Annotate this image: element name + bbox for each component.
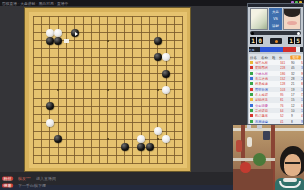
board-intersection[interactable] xyxy=(37,53,45,61)
board-intersection[interactable] xyxy=(137,102,145,110)
board-intersection[interactable] xyxy=(120,94,128,102)
board-intersection[interactable] xyxy=(29,61,37,69)
board-intersection[interactable] xyxy=(46,37,54,45)
board-intersection[interactable] xyxy=(62,111,70,119)
board-intersection[interactable] xyxy=(46,152,54,160)
board-intersection[interactable] xyxy=(54,37,62,45)
board-intersection[interactable] xyxy=(46,45,54,53)
board-intersection[interactable] xyxy=(96,45,104,53)
board-intersection[interactable] xyxy=(129,53,137,61)
board-intersection[interactable] xyxy=(54,119,62,127)
board-intersection[interactable] xyxy=(129,94,137,102)
board-intersection[interactable] xyxy=(54,20,62,28)
board-intersection[interactable] xyxy=(62,119,70,127)
board-intersection[interactable] xyxy=(104,53,112,61)
board-intersection[interactable] xyxy=(37,12,45,20)
board-intersection[interactable] xyxy=(29,127,37,135)
board-intersection[interactable] xyxy=(162,20,170,28)
board-intersection[interactable] xyxy=(120,111,128,119)
board-intersection[interactable] xyxy=(37,102,45,110)
board-intersection[interactable] xyxy=(112,45,120,53)
board-intersection[interactable] xyxy=(104,78,112,86)
board-intersection[interactable] xyxy=(54,94,62,102)
board-intersection[interactable] xyxy=(79,69,87,77)
board-intersection[interactable] xyxy=(120,152,128,160)
board-intersection[interactable] xyxy=(145,94,153,102)
board-intersection[interactable] xyxy=(154,143,162,151)
board-intersection[interactable] xyxy=(179,37,187,45)
board-intersection[interactable] xyxy=(62,143,70,151)
board-intersection[interactable] xyxy=(120,69,128,77)
board-intersection[interactable] xyxy=(154,69,162,77)
board-intersection[interactable] xyxy=(162,45,170,53)
board-intersection[interactable] xyxy=(71,94,79,102)
board-intersection[interactable] xyxy=(46,135,54,143)
board-intersection[interactable] xyxy=(87,102,95,110)
board-intersection[interactable] xyxy=(145,127,153,135)
board-intersection[interactable] xyxy=(154,86,162,94)
black-player-avatar[interactable] xyxy=(283,8,301,30)
board-intersection[interactable] xyxy=(29,160,37,168)
board-intersection[interactable] xyxy=(71,102,79,110)
board-intersection[interactable] xyxy=(62,152,70,160)
board-intersection[interactable] xyxy=(145,143,153,151)
board-intersection[interactable] xyxy=(87,86,95,94)
board-intersection[interactable] xyxy=(170,45,178,53)
board-intersection[interactable] xyxy=(129,119,137,127)
board-intersection[interactable] xyxy=(54,127,62,135)
board-intersection[interactable] xyxy=(46,12,54,20)
board-intersection[interactable] xyxy=(170,12,178,20)
board-intersection[interactable] xyxy=(170,111,178,119)
board-intersection[interactable] xyxy=(112,119,120,127)
board-intersection[interactable] xyxy=(79,102,87,110)
board-intersection[interactable] xyxy=(96,61,104,69)
board-intersection[interactable] xyxy=(37,61,45,69)
board-intersection[interactable] xyxy=(29,37,37,45)
board-intersection[interactable] xyxy=(120,37,128,45)
board-intersection[interactable] xyxy=(162,69,170,77)
board-intersection[interactable] xyxy=(37,111,45,119)
board-intersection[interactable] xyxy=(154,160,162,168)
board-intersection[interactable] xyxy=(79,135,87,143)
board-intersection[interactable] xyxy=(170,152,178,160)
board-intersection[interactable] xyxy=(129,135,137,143)
board-intersection[interactable] xyxy=(96,102,104,110)
board-intersection[interactable] xyxy=(112,111,120,119)
board-intersection[interactable] xyxy=(154,102,162,110)
board-intersection[interactable] xyxy=(129,143,137,151)
board-intersection[interactable] xyxy=(145,111,153,119)
board-intersection[interactable] xyxy=(129,37,137,45)
board-intersection[interactable] xyxy=(87,37,95,45)
board-intersection[interactable] xyxy=(120,102,128,110)
board-intersection[interactable] xyxy=(162,119,170,127)
board-intersection[interactable] xyxy=(170,135,178,143)
board-intersection[interactable] xyxy=(104,143,112,151)
board-intersection[interactable] xyxy=(145,119,153,127)
board-intersection[interactable] xyxy=(54,160,62,168)
board-intersection[interactable] xyxy=(145,20,153,28)
board-intersection[interactable] xyxy=(137,37,145,45)
board-intersection[interactable] xyxy=(54,86,62,94)
board-intersection[interactable] xyxy=(79,143,87,151)
board-intersection[interactable] xyxy=(179,69,187,77)
board-intersection[interactable] xyxy=(71,119,79,127)
board-intersection[interactable] xyxy=(137,160,145,168)
board-intersection[interactable] xyxy=(79,37,87,45)
board-intersection[interactable] xyxy=(112,78,120,86)
board-intersection[interactable] xyxy=(62,53,70,61)
board-intersection[interactable] xyxy=(120,119,128,127)
board-intersection[interactable] xyxy=(71,152,79,160)
board-intersection[interactable] xyxy=(96,78,104,86)
board-intersection[interactable] xyxy=(112,28,120,36)
board-intersection[interactable] xyxy=(170,160,178,168)
board-intersection[interactable] xyxy=(62,61,70,69)
board-intersection[interactable] xyxy=(170,53,178,61)
board-intersection[interactable] xyxy=(129,12,137,20)
board-intersection[interactable] xyxy=(62,69,70,77)
board-intersection[interactable] xyxy=(87,127,95,135)
board-intersection[interactable] xyxy=(62,20,70,28)
board-intersection[interactable] xyxy=(71,45,79,53)
board-intersection[interactable] xyxy=(79,127,87,135)
board-intersection[interactable] xyxy=(145,160,153,168)
board-intersection[interactable] xyxy=(170,28,178,36)
board-intersection[interactable] xyxy=(29,143,37,151)
board-intersection[interactable] xyxy=(137,152,145,160)
board-intersection[interactable] xyxy=(137,111,145,119)
board-intersection[interactable] xyxy=(145,135,153,143)
board-intersection[interactable] xyxy=(62,127,70,135)
board-intersection[interactable] xyxy=(104,119,112,127)
board-intersection[interactable] xyxy=(145,152,153,160)
board-intersection[interactable] xyxy=(46,28,54,36)
board-intersection[interactable] xyxy=(179,143,187,151)
board-intersection[interactable] xyxy=(145,102,153,110)
board-intersection[interactable] xyxy=(96,69,104,77)
board-intersection[interactable] xyxy=(54,78,62,86)
board-intersection[interactable] xyxy=(96,143,104,151)
board-intersection[interactable] xyxy=(62,94,70,102)
board-intersection[interactable] xyxy=(145,37,153,45)
board-intersection[interactable] xyxy=(154,61,162,69)
board-intersection[interactable] xyxy=(79,111,87,119)
board-intersection[interactable] xyxy=(120,53,128,61)
board-intersection[interactable] xyxy=(104,135,112,143)
board-intersection[interactable] xyxy=(104,86,112,94)
board-intersection[interactable] xyxy=(179,94,187,102)
board-intersection[interactable] xyxy=(62,86,70,94)
board-intersection[interactable] xyxy=(46,78,54,86)
list-row[interactable]: 布局讲堂41895 xyxy=(249,119,303,124)
board-intersection[interactable] xyxy=(162,160,170,168)
board-intersection[interactable] xyxy=(137,20,145,28)
board-intersection[interactable] xyxy=(79,78,87,86)
board-intersection[interactable] xyxy=(120,20,128,28)
board-intersection[interactable] xyxy=(87,45,95,53)
board-intersection[interactable] xyxy=(96,127,104,135)
board-intersection[interactable] xyxy=(179,45,187,53)
board-intersection[interactable] xyxy=(120,78,128,86)
board-intersection[interactable] xyxy=(170,61,178,69)
board-intersection[interactable] xyxy=(87,94,95,102)
board-intersection[interactable] xyxy=(162,37,170,45)
board-intersection[interactable] xyxy=(54,102,62,110)
board-intersection[interactable] xyxy=(87,119,95,127)
board-intersection[interactable] xyxy=(54,28,62,36)
board-intersection[interactable] xyxy=(79,160,87,168)
board-intersection[interactable] xyxy=(129,78,137,86)
board-intersection[interactable] xyxy=(71,160,79,168)
board-intersection[interactable] xyxy=(112,102,120,110)
board-intersection[interactable] xyxy=(37,143,45,151)
board-intersection[interactable] xyxy=(62,102,70,110)
board-intersection[interactable] xyxy=(46,143,54,151)
board-intersection[interactable] xyxy=(120,127,128,135)
board-intersection[interactable] xyxy=(46,69,54,77)
board-intersection[interactable] xyxy=(71,135,79,143)
board-intersection[interactable] xyxy=(170,119,178,127)
board-intersection[interactable] xyxy=(170,94,178,102)
board-intersection[interactable] xyxy=(46,160,54,168)
board-intersection[interactable] xyxy=(29,94,37,102)
board-intersection[interactable] xyxy=(137,119,145,127)
board-intersection[interactable] xyxy=(96,86,104,94)
board-intersection[interactable] xyxy=(162,61,170,69)
follow-button[interactable]: 关注 xyxy=(290,55,300,59)
board-intersection[interactable] xyxy=(112,20,120,28)
board-intersection[interactable] xyxy=(179,102,187,110)
board-intersection[interactable] xyxy=(37,78,45,86)
board-intersection[interactable] xyxy=(154,20,162,28)
board-intersection[interactable] xyxy=(145,28,153,36)
board-intersection[interactable] xyxy=(154,53,162,61)
board-intersection[interactable] xyxy=(112,143,120,151)
board-intersection[interactable] xyxy=(162,78,170,86)
board-intersection[interactable] xyxy=(54,143,62,151)
board-intersection[interactable] xyxy=(104,127,112,135)
go-board[interactable] xyxy=(24,7,191,172)
board-intersection[interactable] xyxy=(104,20,112,28)
board-intersection[interactable] xyxy=(104,28,112,36)
board-intersection[interactable] xyxy=(137,127,145,135)
board-intersection[interactable] xyxy=(79,119,87,127)
board-intersection[interactable] xyxy=(46,127,54,135)
board-intersection[interactable] xyxy=(112,12,120,20)
board-intersection[interactable] xyxy=(162,143,170,151)
board-intersection[interactable] xyxy=(104,160,112,168)
board-intersection[interactable] xyxy=(154,127,162,135)
board-intersection[interactable] xyxy=(145,12,153,20)
board-intersection[interactable] xyxy=(87,12,95,20)
board-intersection[interactable] xyxy=(162,28,170,36)
board-intersection[interactable] xyxy=(46,119,54,127)
board-intersection[interactable] xyxy=(71,86,79,94)
board-intersection[interactable] xyxy=(62,78,70,86)
board-intersection[interactable] xyxy=(154,111,162,119)
board-intersection[interactable] xyxy=(79,45,87,53)
board-intersection[interactable] xyxy=(137,45,145,53)
board-intersection[interactable] xyxy=(129,127,137,135)
board-intersection[interactable] xyxy=(46,20,54,28)
board-intersection[interactable] xyxy=(37,152,45,160)
board-intersection[interactable] xyxy=(162,53,170,61)
board-intersection[interactable] xyxy=(29,86,37,94)
board-intersection[interactable] xyxy=(46,53,54,61)
board-intersection[interactable] xyxy=(137,12,145,20)
board-intersection[interactable] xyxy=(170,69,178,77)
board-intersection[interactable] xyxy=(87,28,95,36)
board-intersection[interactable] xyxy=(87,160,95,168)
board-intersection[interactable] xyxy=(87,69,95,77)
board-intersection[interactable] xyxy=(29,20,37,28)
board-intersection[interactable] xyxy=(62,37,70,45)
board-intersection[interactable] xyxy=(87,53,95,61)
board-intersection[interactable] xyxy=(62,28,70,36)
board-intersection[interactable] xyxy=(145,61,153,69)
board-intersection[interactable] xyxy=(37,45,45,53)
board-intersection[interactable] xyxy=(162,94,170,102)
board-intersection[interactable] xyxy=(104,152,112,160)
board-intersection[interactable] xyxy=(54,111,62,119)
board-intersection[interactable] xyxy=(71,28,79,36)
board-intersection[interactable] xyxy=(46,86,54,94)
board-intersection[interactable] xyxy=(37,20,45,28)
board-intersection[interactable] xyxy=(129,102,137,110)
board-intersection[interactable] xyxy=(170,102,178,110)
board-intersection[interactable] xyxy=(29,53,37,61)
board-intersection[interactable] xyxy=(37,69,45,77)
board-intersection[interactable] xyxy=(87,143,95,151)
board-intersection[interactable] xyxy=(154,28,162,36)
board-intersection[interactable] xyxy=(154,45,162,53)
board-intersection[interactable] xyxy=(87,135,95,143)
board-intersection[interactable] xyxy=(129,69,137,77)
board-intersection[interactable] xyxy=(120,86,128,94)
board-intersection[interactable] xyxy=(96,94,104,102)
board-intersection[interactable] xyxy=(96,28,104,36)
board-intersection[interactable] xyxy=(54,61,62,69)
board-intersection[interactable] xyxy=(162,12,170,20)
board-intersection[interactable] xyxy=(54,45,62,53)
move-slider[interactable] xyxy=(250,31,301,35)
board-intersection[interactable] xyxy=(145,69,153,77)
board-intersection[interactable] xyxy=(71,61,79,69)
board-intersection[interactable] xyxy=(112,135,120,143)
board-intersection[interactable] xyxy=(104,12,112,20)
board-intersection[interactable] xyxy=(79,28,87,36)
board-intersection[interactable] xyxy=(104,37,112,45)
board-intersection[interactable] xyxy=(145,53,153,61)
board-intersection[interactable] xyxy=(104,111,112,119)
board-intersection[interactable] xyxy=(179,53,187,61)
board-intersection[interactable] xyxy=(79,86,87,94)
board-intersection[interactable] xyxy=(137,94,145,102)
board-intersection[interactable] xyxy=(137,28,145,36)
board-intersection[interactable] xyxy=(137,78,145,86)
board-intersection[interactable] xyxy=(129,28,137,36)
board-intersection[interactable] xyxy=(112,37,120,45)
board-intersection[interactable] xyxy=(37,37,45,45)
board-intersection[interactable] xyxy=(120,135,128,143)
board-intersection[interactable] xyxy=(87,78,95,86)
board-intersection[interactable] xyxy=(87,152,95,160)
board-intersection[interactable] xyxy=(179,127,187,135)
board-intersection[interactable] xyxy=(96,37,104,45)
board-intersection[interactable] xyxy=(154,119,162,127)
board-intersection[interactable] xyxy=(162,127,170,135)
board-intersection[interactable] xyxy=(96,160,104,168)
board-intersection[interactable] xyxy=(170,86,178,94)
board-intersection[interactable] xyxy=(129,61,137,69)
board-intersection[interactable] xyxy=(154,135,162,143)
board-intersection[interactable] xyxy=(46,61,54,69)
board-intersection[interactable] xyxy=(87,111,95,119)
board-intersection[interactable] xyxy=(62,12,70,20)
board-intersection[interactable] xyxy=(179,78,187,86)
board-intersection[interactable] xyxy=(120,61,128,69)
board-intersection[interactable] xyxy=(170,78,178,86)
board-intersection[interactable] xyxy=(29,102,37,110)
board-intersection[interactable] xyxy=(137,53,145,61)
board-intersection[interactable] xyxy=(96,135,104,143)
board-intersection[interactable] xyxy=(104,94,112,102)
board-intersection[interactable] xyxy=(71,53,79,61)
board-intersection[interactable] xyxy=(129,160,137,168)
board-intersection[interactable] xyxy=(71,69,79,77)
board-intersection[interactable] xyxy=(29,28,37,36)
board-intersection[interactable] xyxy=(79,20,87,28)
board-intersection[interactable] xyxy=(154,94,162,102)
board-intersection[interactable] xyxy=(29,12,37,20)
board-intersection[interactable] xyxy=(87,61,95,69)
board-intersection[interactable] xyxy=(129,45,137,53)
board-intersection[interactable] xyxy=(179,135,187,143)
board-intersection[interactable] xyxy=(129,20,137,28)
board-intersection[interactable] xyxy=(154,37,162,45)
board-intersection[interactable] xyxy=(154,152,162,160)
board-intersection[interactable] xyxy=(162,111,170,119)
board-intersection[interactable] xyxy=(179,28,187,36)
board-intersection[interactable] xyxy=(179,61,187,69)
board-intersection[interactable] xyxy=(87,20,95,28)
board-intersection[interactable] xyxy=(79,53,87,61)
board-intersection[interactable] xyxy=(170,143,178,151)
board-intersection[interactable] xyxy=(104,61,112,69)
board-intersection[interactable] xyxy=(145,78,153,86)
board-intersection[interactable] xyxy=(137,135,145,143)
board-intersection[interactable] xyxy=(62,45,70,53)
board-intersection[interactable] xyxy=(104,45,112,53)
board-intersection[interactable] xyxy=(104,69,112,77)
board-intersection[interactable] xyxy=(29,152,37,160)
board-intersection[interactable] xyxy=(71,111,79,119)
board-intersection[interactable] xyxy=(145,45,153,53)
board-intersection[interactable] xyxy=(29,135,37,143)
board-intersection[interactable] xyxy=(29,119,37,127)
board-intersection[interactable] xyxy=(54,69,62,77)
board-intersection[interactable] xyxy=(162,135,170,143)
board-intersection[interactable] xyxy=(37,160,45,168)
board-intersection[interactable] xyxy=(29,78,37,86)
board-intersection[interactable] xyxy=(179,152,187,160)
board-intersection[interactable] xyxy=(179,12,187,20)
board-intersection[interactable] xyxy=(79,94,87,102)
board-intersection[interactable] xyxy=(179,160,187,168)
board-intersection[interactable] xyxy=(79,152,87,160)
